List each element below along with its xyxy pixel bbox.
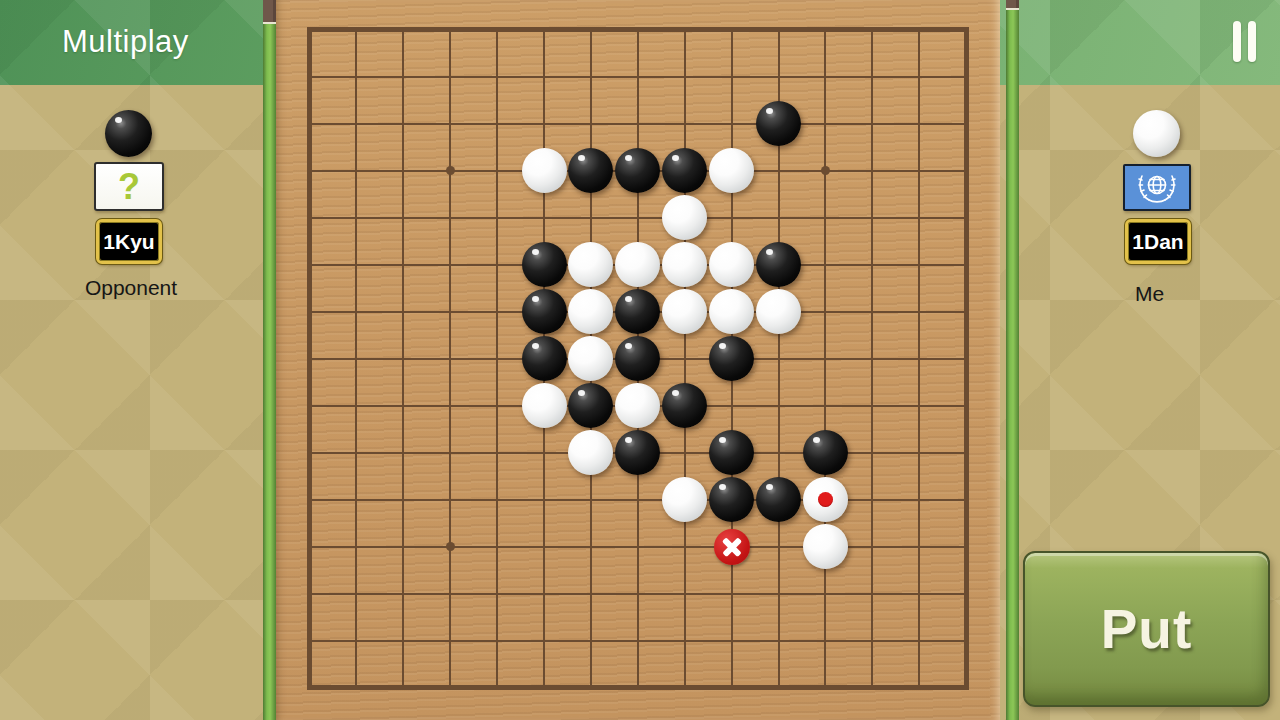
- stone-black: [568, 148, 613, 193]
- stone-black: [756, 477, 801, 522]
- stone-white: [709, 242, 754, 287]
- grid-line: [307, 593, 969, 595]
- stone-white: [568, 242, 613, 287]
- stone-white: [803, 524, 848, 569]
- stone-white: [662, 289, 707, 334]
- grid-line: [684, 27, 686, 690]
- stone-black: [522, 242, 567, 287]
- board-edge-left: [263, 0, 276, 720]
- my-stone-icon: [1133, 110, 1180, 157]
- stone-white: [615, 242, 660, 287]
- stone-black: [662, 148, 707, 193]
- grid-line: [871, 27, 873, 690]
- grid-line: [307, 685, 969, 690]
- stone-black: [709, 477, 754, 522]
- pause-button[interactable]: [1231, 21, 1265, 63]
- stone-black: [756, 242, 801, 287]
- stone-white: [709, 289, 754, 334]
- grid-line: [307, 546, 969, 548]
- page-title: Multiplay: [62, 24, 189, 60]
- stone-black: [615, 148, 660, 193]
- grid-line: [307, 640, 969, 642]
- stone-white: [522, 148, 567, 193]
- stone-white: [756, 289, 801, 334]
- un-flag-icon: [1127, 168, 1187, 208]
- stone-white: [568, 336, 613, 381]
- last-move-marker: [818, 492, 833, 507]
- stone-black: [615, 289, 660, 334]
- stone-white: [522, 383, 567, 428]
- put-button[interactable]: Put: [1023, 551, 1270, 707]
- stone-black: [756, 101, 801, 146]
- my-avatar: [1123, 164, 1191, 211]
- stone-white: [662, 477, 707, 522]
- board-grid[interactable]: [307, 27, 969, 690]
- opponent-avatar: ?: [94, 162, 164, 211]
- stone-black: [662, 383, 707, 428]
- board-edge-right: [1006, 0, 1019, 720]
- my-rank-badge: 1Dan: [1125, 219, 1191, 264]
- stone-white: [709, 148, 754, 193]
- grid-line: [964, 27, 969, 690]
- stone-black: [522, 336, 567, 381]
- grid-line: [918, 27, 920, 690]
- stone-black: [709, 430, 754, 475]
- app-screen: Multiplay ? 1Kyu Opponent: [0, 0, 1280, 720]
- stone-white: [568, 430, 613, 475]
- grid-line: [307, 499, 969, 501]
- my-label: Me: [1019, 282, 1280, 306]
- star-point: [821, 166, 830, 175]
- star-point: [446, 166, 455, 175]
- stone-white: [662, 195, 707, 240]
- stone-black: [615, 430, 660, 475]
- stone-black: [522, 289, 567, 334]
- stone-white: [615, 383, 660, 428]
- question-mark-icon: ?: [118, 169, 140, 205]
- put-button-label: Put: [1101, 597, 1193, 661]
- stone-white: [568, 289, 613, 334]
- stone-white: [662, 242, 707, 287]
- stone-black: [803, 430, 848, 475]
- opponent-stone-icon: [105, 110, 152, 157]
- opponent-rank-badge: 1Kyu: [96, 219, 162, 264]
- stone-black: [568, 383, 613, 428]
- stone-black: [709, 336, 754, 381]
- star-point: [446, 542, 455, 551]
- illegal-move-marker: [714, 529, 750, 565]
- grid-line: [824, 27, 826, 690]
- stone-black: [615, 336, 660, 381]
- opponent-label: Opponent: [0, 276, 262, 300]
